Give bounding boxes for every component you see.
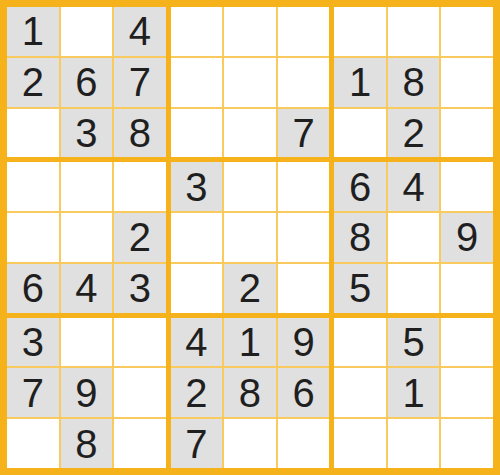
cell-r4c3[interactable] [114,162,166,211]
cell-r4c5[interactable] [224,162,276,211]
cell-r3c9[interactable] [441,109,493,158]
cell-r2c4[interactable] [171,58,223,107]
cell-r8c6[interactable]: 6 [278,368,330,417]
cell-r4c6[interactable] [278,162,330,211]
cell-r3c4[interactable] [171,109,223,158]
cell-r7c8[interactable]: 5 [388,318,440,367]
cell-r6c7[interactable]: 5 [334,264,386,313]
cell-r1c3[interactable]: 4 [114,7,166,56]
cell-r7c2[interactable] [61,318,113,367]
cell-r5c6[interactable] [278,213,330,262]
cell-r8c7[interactable] [334,368,386,417]
cell-r6c4[interactable] [171,264,223,313]
cell-r7c9[interactable] [441,318,493,367]
cell-r7c5[interactable]: 1 [224,318,276,367]
cell-r9c3[interactable] [114,419,166,468]
cell-r6c3[interactable]: 3 [114,264,166,313]
cell-r5c7[interactable]: 8 [334,213,386,262]
box-4: 2643 [7,162,166,312]
cell-r2c8[interactable]: 8 [388,58,440,107]
cell-r3c1[interactable] [7,109,59,158]
cell-r7c6[interactable]: 9 [278,318,330,367]
cell-r8c3[interactable] [114,368,166,417]
cell-r2c1[interactable]: 2 [7,58,59,107]
cell-r2c6[interactable] [278,58,330,107]
cell-r3c2[interactable]: 3 [61,109,113,158]
cell-r8c4[interactable]: 2 [171,368,223,417]
cell-r6c1[interactable]: 6 [7,264,59,313]
box-8: 4192867 [171,318,330,468]
cell-r5c8[interactable] [388,213,440,262]
cell-r2c7[interactable]: 1 [334,58,386,107]
cell-r7c7[interactable] [334,318,386,367]
cell-r7c4[interactable]: 4 [171,318,223,367]
cell-r1c5[interactable] [224,7,276,56]
cell-r7c1[interactable]: 3 [7,318,59,367]
cell-r8c8[interactable]: 1 [388,368,440,417]
cell-r1c7[interactable] [334,7,386,56]
cell-r1c8[interactable] [388,7,440,56]
cell-r9c2[interactable]: 8 [61,419,113,468]
cell-r3c5[interactable] [224,109,276,158]
cell-r6c5[interactable]: 2 [224,264,276,313]
cell-r1c2[interactable] [61,7,113,56]
cell-r9c5[interactable] [224,419,276,468]
cell-r3c8[interactable]: 2 [388,109,440,158]
cell-r5c3[interactable]: 2 [114,213,166,262]
cell-r7c3[interactable] [114,318,166,367]
cell-r4c4[interactable]: 3 [171,162,223,211]
cell-r8c1[interactable]: 7 [7,368,59,417]
cell-r4c7[interactable]: 6 [334,162,386,211]
cell-r6c6[interactable] [278,264,330,313]
cell-r5c1[interactable] [7,213,59,262]
cell-r1c4[interactable] [171,7,223,56]
box-9: 51 [334,318,493,468]
cell-r2c2[interactable]: 6 [61,58,113,107]
cell-r5c9[interactable]: 9 [441,213,493,262]
box-2: 7 [171,7,330,157]
cell-r4c9[interactable] [441,162,493,211]
cell-r8c2[interactable]: 9 [61,368,113,417]
cell-r9c7[interactable] [334,419,386,468]
cell-r4c8[interactable]: 4 [388,162,440,211]
cell-r3c6[interactable]: 7 [278,109,330,158]
cell-r4c1[interactable] [7,162,59,211]
cell-r3c7[interactable] [334,109,386,158]
cell-r1c9[interactable] [441,7,493,56]
sudoku-board: 14267387182264332648953798419286751 [0,0,500,475]
cell-r4c2[interactable] [61,162,113,211]
cell-r6c9[interactable] [441,264,493,313]
cell-r1c1[interactable]: 1 [7,7,59,56]
cell-r6c2[interactable]: 4 [61,264,113,313]
cell-r5c5[interactable] [224,213,276,262]
box-7: 3798 [7,318,166,468]
box-3: 182 [334,7,493,157]
cell-r9c8[interactable] [388,419,440,468]
cell-r2c9[interactable] [441,58,493,107]
cell-r5c4[interactable] [171,213,223,262]
cell-r2c3[interactable]: 7 [114,58,166,107]
cell-r9c6[interactable] [278,419,330,468]
box-1: 1426738 [7,7,166,157]
cell-r9c1[interactable] [7,419,59,468]
cell-r3c3[interactable]: 8 [114,109,166,158]
cell-r1c6[interactable] [278,7,330,56]
cell-r9c9[interactable] [441,419,493,468]
cell-r6c8[interactable] [388,264,440,313]
cell-r8c5[interactable]: 8 [224,368,276,417]
box-6: 64895 [334,162,493,312]
cell-r8c9[interactable] [441,368,493,417]
cell-r9c4[interactable]: 7 [171,419,223,468]
cell-r5c2[interactable] [61,213,113,262]
box-5: 32 [171,162,330,312]
cell-r2c5[interactable] [224,58,276,107]
